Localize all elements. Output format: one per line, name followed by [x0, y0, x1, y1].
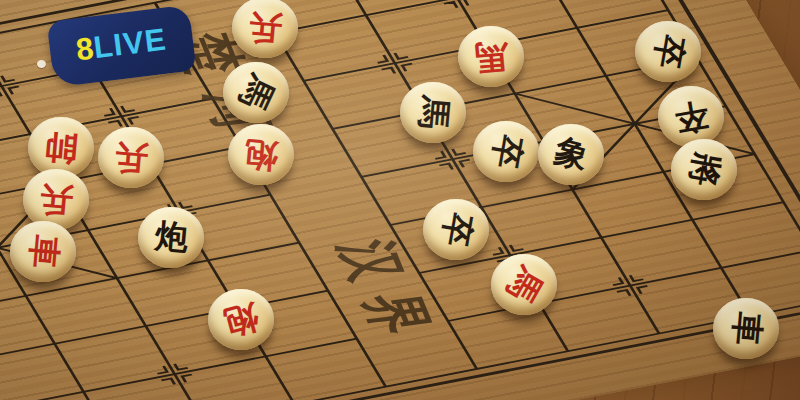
piece-character: 馬 — [234, 71, 278, 115]
piece-character: 兵 — [113, 140, 149, 176]
xiangqi-piece-red[interactable]: 馬 — [458, 26, 524, 87]
piece-character: 馬 — [473, 39, 509, 75]
piece-character: 馬 — [415, 95, 451, 131]
piece-character: 車 — [728, 311, 764, 347]
piece-character: 將 — [685, 150, 723, 188]
xiangqi-piece-black[interactable]: 卒 — [635, 21, 701, 82]
xiangqi-piece-red[interactable]: 炮 — [228, 124, 294, 185]
xiangqi-piece-red[interactable]: 兵 — [232, 0, 298, 58]
xiangqi-piece-black[interactable]: 將 — [671, 139, 737, 200]
xiangqi-piece-black[interactable]: 卒 — [658, 86, 724, 147]
logo-name: LIVE — [92, 22, 169, 66]
piece-character: 卒 — [672, 97, 710, 135]
piece-character: 象 — [551, 134, 591, 174]
xiangqi-piece-red[interactable]: 馬 — [491, 254, 557, 315]
xiangqi-photo-stage: 楚 河 汉 界 兵卒馬馬馬卒帥卒炮象兵將兵卒炮車馬炮車 8LIVE — [0, 0, 800, 400]
xiangqi-piece-black[interactable]: 車 — [713, 298, 779, 359]
piece-character: 帥 — [43, 130, 79, 166]
wood-speck — [37, 60, 46, 68]
xiangqi-piece-red[interactable]: 炮 — [208, 289, 274, 350]
xiangqi-piece-black[interactable]: 炮 — [138, 207, 204, 268]
xiangqi-piece-black[interactable]: 馬 — [223, 62, 289, 123]
piece-character: 炮 — [153, 220, 189, 256]
piece-character: 卒 — [437, 210, 475, 248]
piece-character: 兵 — [247, 10, 283, 46]
xiangqi-piece-red[interactable]: 兵 — [98, 127, 164, 188]
piece-character: 車 — [25, 234, 61, 270]
xiangqi-piece-black[interactable]: 馬 — [400, 82, 466, 143]
xiangqi-piece-red[interactable]: 車 — [10, 221, 76, 282]
xiangqi-piece-black[interactable]: 卒 — [473, 121, 539, 182]
piece-character: 兵 — [38, 182, 74, 218]
piece-character: 炮 — [243, 137, 279, 173]
piece-character: 卒 — [487, 132, 525, 170]
piece-character: 炮 — [221, 299, 261, 339]
xiangqi-piece-black[interactable]: 象 — [538, 124, 604, 185]
piece-character: 卒 — [649, 32, 687, 70]
xiangqi-piece-black[interactable]: 卒 — [423, 199, 489, 260]
xiangqi-piece-red[interactable]: 兵 — [23, 169, 89, 230]
piece-character: 馬 — [501, 262, 546, 307]
